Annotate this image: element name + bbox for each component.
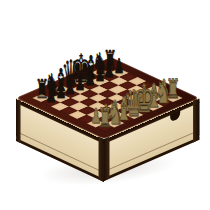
chess-set-photo: ♜♞♝♛♚♝♞♜♟♟♟♟♟♟♟♟♟♟♟♟♟♟♟♟♜♞♝♛♚♝♞♜: [0, 0, 210, 210]
box-corner-trim-right: [193, 98, 199, 143]
box-corner-trim-near-right: [104, 137, 110, 181]
box-corner-trim-left: [16, 98, 21, 143]
